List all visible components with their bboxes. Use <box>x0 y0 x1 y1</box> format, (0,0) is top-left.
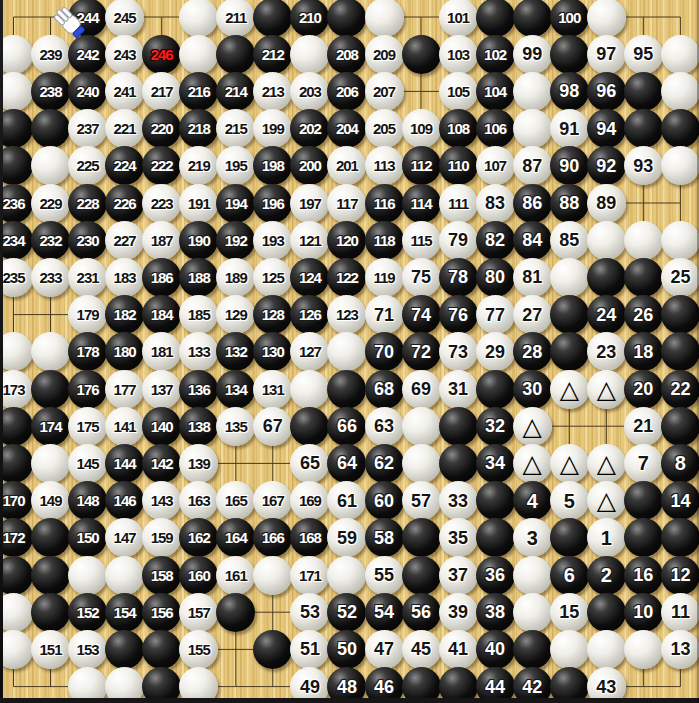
stone-white-move-137: 137 <box>142 370 181 409</box>
move-number: 150 <box>77 530 99 545</box>
stone-white-move-93: 93 <box>624 146 663 185</box>
stone-white-move-71: 71 <box>365 295 404 334</box>
stone-white-move-103: 103 <box>439 35 478 74</box>
move-number: 8 <box>675 453 686 473</box>
move-number: 220 <box>151 121 173 136</box>
stone-white-move-153: 153 <box>68 630 107 669</box>
move-number: 149 <box>39 493 61 508</box>
stone-black-move-68: 68 <box>365 370 404 409</box>
move-number: 48 <box>337 678 357 696</box>
stone-black-move-122: 122 <box>327 258 366 297</box>
stone-black-move-210: 210 <box>290 0 329 37</box>
move-number: 211 <box>225 10 246 25</box>
stone-black-move-26: 26 <box>624 295 663 334</box>
stone-white-plain <box>661 146 699 185</box>
move-number: 98 <box>559 82 579 100</box>
stone-black-plain <box>513 630 552 669</box>
move-number: 152 <box>77 605 99 620</box>
move-number: 202 <box>299 121 321 136</box>
move-number: 38 <box>485 603 505 621</box>
stone-black-move-156: 156 <box>142 593 181 632</box>
move-number: 175 <box>77 419 99 434</box>
move-number: 12 <box>670 566 690 584</box>
move-number: 133 <box>188 344 210 359</box>
move-number: 126 <box>299 307 321 322</box>
stone-white-plain <box>587 630 626 669</box>
move-number: 69 <box>411 380 431 398</box>
move-number: 107 <box>484 158 506 173</box>
stone-white-move-15: 15 <box>550 593 589 632</box>
stone-black-plain <box>476 0 515 37</box>
stone-white-move-89: 89 <box>587 184 626 223</box>
stone-black-plain <box>661 407 699 446</box>
move-number: 185 <box>188 307 210 322</box>
stone-black-move-148: 148 <box>68 481 107 520</box>
move-number: 144 <box>114 456 136 471</box>
move-number: 71 <box>374 306 394 324</box>
stone-black-move-38: 38 <box>476 593 515 632</box>
stone-black-plain <box>216 593 255 632</box>
stone-white-move-65: 65 <box>290 444 329 483</box>
stone-black-move-80: 80 <box>476 258 515 297</box>
move-number: 83 <box>485 194 505 212</box>
stone-black-move-2: 2 <box>587 556 626 595</box>
stone-white-move-237: 237 <box>68 109 107 148</box>
move-number: 163 <box>188 493 210 508</box>
stone-white-move-109: 109 <box>402 109 441 148</box>
move-number: 142 <box>151 456 173 471</box>
move-number: 186 <box>151 270 173 285</box>
stone-white-move-107: 107 <box>476 146 515 185</box>
move-number: 131 <box>262 382 284 397</box>
move-number: 165 <box>225 493 247 508</box>
stone-black-move-190: 190 <box>179 221 218 260</box>
move-number: 13 <box>670 640 690 658</box>
stone-black-move-226: 226 <box>105 184 144 223</box>
stone-black-move-196: 196 <box>253 184 292 223</box>
stone-black-plain <box>661 518 699 557</box>
move-number: 239 <box>39 47 61 62</box>
stone-black-plain <box>476 481 515 520</box>
move-number: 67 <box>263 417 283 435</box>
stone-black-move-50: 50 <box>327 630 366 669</box>
move-number: 205 <box>373 121 395 136</box>
move-number: 172 <box>2 530 24 545</box>
stone-white-plain <box>290 35 329 74</box>
stone-black-move-100: 100 <box>550 0 589 37</box>
move-number: 141 <box>114 419 136 434</box>
move-number: 89 <box>596 194 616 212</box>
move-number: 161 <box>225 568 247 583</box>
stone-black-move-154: 154 <box>105 593 144 632</box>
stone-black-move-138: 138 <box>179 407 218 446</box>
stone-black-move-60: 60 <box>365 481 404 520</box>
stone-black-move-52: 52 <box>327 593 366 632</box>
move-number: 14 <box>670 492 690 510</box>
stone-white-move-77: 77 <box>476 295 515 334</box>
stone-white-plain <box>550 258 589 297</box>
stone-black-move-72: 72 <box>402 332 441 371</box>
move-number: 207 <box>373 84 395 99</box>
stone-white-move-111: 111 <box>439 184 478 223</box>
move-number: 140 <box>151 419 173 434</box>
stone-black-move-216: 216 <box>179 72 218 111</box>
move-number: 204 <box>336 121 358 136</box>
stone-black-move-82: 82 <box>476 221 515 260</box>
move-number: 5 <box>564 491 575 511</box>
stone-white-plain <box>402 444 441 483</box>
stone-white-move-33: 33 <box>439 481 478 520</box>
move-number: 50 <box>337 640 357 658</box>
move-number: 102 <box>484 47 506 62</box>
move-number: 79 <box>448 231 468 249</box>
stone-black-plain <box>624 109 663 148</box>
stone-black-plain <box>327 0 366 37</box>
move-number: 120 <box>336 233 358 248</box>
stone-black-move-92: 92 <box>587 146 626 185</box>
stone-black-move-54: 54 <box>365 593 404 632</box>
stone-black-move-142: 142 <box>142 444 181 483</box>
stone-white-move-145: 145 <box>68 444 107 483</box>
move-number: 184 <box>151 307 173 322</box>
move-number: 36 <box>485 566 505 584</box>
stone-black-move-212: 212 <box>253 35 292 74</box>
move-number: 225 <box>77 158 99 173</box>
move-number: 27 <box>522 306 542 324</box>
stone-white-plain <box>624 630 663 669</box>
move-number: 234 <box>2 233 24 248</box>
stone-black-move-88: 88 <box>550 184 589 223</box>
triangle-mark-icon: △ <box>560 377 579 402</box>
stone-black-move-160: 160 <box>179 556 218 595</box>
stone-black-move-112: 112 <box>402 146 441 185</box>
move-number: 192 <box>225 233 247 248</box>
move-number: 231 <box>77 270 99 285</box>
move-number: 116 <box>373 196 394 211</box>
move-number: 26 <box>633 306 653 324</box>
stone-black-move-194: 194 <box>216 184 255 223</box>
stone-black-move-14: 14 <box>661 481 699 520</box>
move-number: 194 <box>225 196 247 211</box>
stone-white-move-161: 161 <box>216 556 255 595</box>
stone-white-move-241: 241 <box>105 72 144 111</box>
stone-black-plain <box>31 593 70 632</box>
move-number: 155 <box>188 642 210 657</box>
stone-black-move-10: 10 <box>624 593 663 632</box>
stone-white-move-11: 11 <box>661 593 699 632</box>
stone-white-plain <box>402 407 441 446</box>
move-number: 171 <box>299 568 321 583</box>
move-number: 195 <box>225 158 247 173</box>
stone-white-move-205: 205 <box>365 109 404 148</box>
stone-black-move-114: 114 <box>402 184 441 223</box>
move-number: 44 <box>485 678 505 696</box>
stone-black-plain <box>327 370 366 409</box>
move-number: 86 <box>522 194 542 212</box>
stone-white-plain <box>31 444 70 483</box>
stone-white-plain <box>327 556 366 595</box>
stone-white-move-211: 211 <box>216 0 255 37</box>
stone-white-move-47: 47 <box>365 630 404 669</box>
move-number: 52 <box>337 603 357 621</box>
move-number: 106 <box>484 121 506 136</box>
move-number: 47 <box>374 640 394 658</box>
move-number: 235 <box>2 270 24 285</box>
stone-black-move-208: 208 <box>327 35 366 74</box>
stone-white-move-207: 207 <box>365 72 404 111</box>
stone-black-move-232: 232 <box>31 221 70 260</box>
stone-black-plain <box>661 332 699 371</box>
move-number: 203 <box>299 84 321 99</box>
stone-white-plain <box>550 630 589 669</box>
move-number: 117 <box>336 196 357 211</box>
stone-black-move-246: 246 <box>142 35 181 74</box>
move-number: 174 <box>39 419 61 434</box>
stone-white-move-31: 31 <box>439 370 478 409</box>
stone-black-move-74: 74 <box>402 295 441 334</box>
move-number: 73 <box>448 343 468 361</box>
stone-black-move-66: 66 <box>327 407 366 446</box>
move-number: 24 <box>596 306 616 324</box>
move-number: 2 <box>601 565 612 585</box>
move-number: 55 <box>374 566 394 584</box>
stone-white-plain <box>290 370 329 409</box>
move-number: 218 <box>188 121 210 136</box>
move-number: 167 <box>262 493 284 508</box>
move-number: 34 <box>485 454 505 472</box>
stone-black-move-240: 240 <box>68 72 107 111</box>
move-number: 177 <box>114 382 136 397</box>
stone-white-move-51: 51 <box>290 630 329 669</box>
stone-white-move-243: 243 <box>105 35 144 74</box>
stone-white-plain <box>513 556 552 595</box>
move-number: 11 <box>671 603 690 621</box>
move-number: 66 <box>337 417 357 435</box>
stone-white-move-229: 229 <box>31 184 70 223</box>
stone-white-move-73: 73 <box>439 332 478 371</box>
move-number: 111 <box>448 196 468 211</box>
stone-black-plain <box>476 370 515 409</box>
stone-white-move-113: 113 <box>365 146 404 185</box>
move-number: 53 <box>300 603 320 621</box>
move-number: 99 <box>522 45 542 63</box>
stone-black-plain <box>439 407 478 446</box>
move-number: 179 <box>77 307 99 322</box>
stone-black-plain <box>624 258 663 297</box>
stone-white-move-227: 227 <box>105 221 144 260</box>
move-number: 110 <box>447 158 468 173</box>
move-number: 128 <box>262 307 284 322</box>
stone-white-move-7: 7 <box>624 444 663 483</box>
stone-black-move-84: 84 <box>513 221 552 260</box>
move-number: 183 <box>114 270 136 285</box>
stone-black-plain <box>550 332 589 371</box>
stone-black-plain <box>550 35 589 74</box>
move-number: 63 <box>374 417 394 435</box>
move-number: 206 <box>336 84 358 99</box>
move-number: 214 <box>225 84 247 99</box>
stone-white-move-151: 151 <box>31 630 70 669</box>
move-number: 76 <box>448 306 468 324</box>
move-number: 127 <box>299 344 321 359</box>
stone-white-plain <box>661 35 699 74</box>
stone-white-move-125: 125 <box>253 258 292 297</box>
stone-black-move-152: 152 <box>68 593 107 632</box>
move-number: 119 <box>373 270 394 285</box>
move-number: 228 <box>77 196 99 211</box>
move-number: 114 <box>410 196 431 211</box>
move-number: 201 <box>336 158 358 173</box>
move-number: 210 <box>299 10 321 25</box>
stone-white-plain <box>587 221 626 260</box>
move-number: 198 <box>262 158 284 173</box>
stone-black-move-102: 102 <box>476 35 515 74</box>
stone-black-move-32: 32 <box>476 407 515 446</box>
move-number: 15 <box>559 603 579 621</box>
move-number: 16 <box>633 566 653 584</box>
move-number: 88 <box>559 194 579 212</box>
stone-white-plain <box>513 72 552 111</box>
move-number: 223 <box>151 196 173 211</box>
stone-white-move-121: 121 <box>290 221 329 260</box>
stone-black-plain <box>402 35 441 74</box>
move-number: 85 <box>559 231 579 249</box>
stone-white-plain <box>365 0 404 37</box>
move-number: 35 <box>448 529 468 547</box>
move-number: 108 <box>447 121 469 136</box>
stone-white-move-5: 5 <box>550 481 589 520</box>
move-number: 138 <box>188 419 210 434</box>
stone-white-move-85: 85 <box>550 221 589 260</box>
move-number: 227 <box>114 233 136 248</box>
move-number: 154 <box>114 605 136 620</box>
stone-white-move-21: 21 <box>624 407 663 446</box>
move-number: 157 <box>188 605 210 620</box>
stone-black-move-108: 108 <box>439 109 478 148</box>
move-number: 124 <box>299 270 321 285</box>
move-number: 125 <box>262 270 284 285</box>
stone-white-move-3: 3 <box>513 518 552 557</box>
stone-black-move-98: 98 <box>550 72 589 111</box>
stone-white-plain <box>105 556 144 595</box>
stone-black-move-176: 176 <box>68 370 107 409</box>
move-number: 188 <box>188 270 210 285</box>
move-number: 166 <box>262 530 284 545</box>
stone-white-move-231: 231 <box>68 258 107 297</box>
stone-black-plain <box>624 518 663 557</box>
stone-black-move-8: 8 <box>661 444 699 483</box>
move-number: 196 <box>262 196 284 211</box>
move-number: 173 <box>2 382 24 397</box>
move-number: 70 <box>374 343 394 361</box>
move-number: 7 <box>638 453 649 473</box>
move-number: 92 <box>596 157 616 175</box>
stone-black-move-134: 134 <box>216 370 255 409</box>
move-number: 29 <box>485 343 505 361</box>
move-number: 101 <box>447 10 469 25</box>
stone-black-move-104: 104 <box>476 72 515 111</box>
move-number: 91 <box>559 120 579 138</box>
go-board[interactable]: 2442452112101011002392422432462122082091… <box>0 0 699 703</box>
stone-white-move-67: 67 <box>253 407 292 446</box>
move-number: 62 <box>374 454 394 472</box>
stone-white-move-209: 209 <box>365 35 404 74</box>
stone-black-move-90: 90 <box>550 146 589 185</box>
move-number: 58 <box>374 529 394 547</box>
stone-black-move-220: 220 <box>142 109 181 148</box>
stone-black-plain <box>253 0 292 37</box>
stone-white-move-69: 69 <box>402 370 441 409</box>
move-number: 215 <box>225 121 247 136</box>
stone-white-plain <box>587 0 626 37</box>
move-number: 156 <box>151 605 173 620</box>
triangle-mark-icon: △ <box>523 414 542 439</box>
move-number: 209 <box>373 47 395 62</box>
stone-white-move-119: 119 <box>365 258 404 297</box>
stone-black-move-110: 110 <box>439 146 478 185</box>
stone-black-move-34: 34 <box>476 444 515 483</box>
move-number: 30 <box>522 380 542 398</box>
stone-black-plain <box>402 556 441 595</box>
move-number: 56 <box>411 603 431 621</box>
move-number: 135 <box>225 419 247 434</box>
stone-black-move-184: 184 <box>142 295 181 334</box>
move-number: 233 <box>39 270 61 285</box>
stone-white-move-25: 25 <box>661 258 699 297</box>
move-number: 182 <box>114 307 136 322</box>
move-number: 21 <box>633 417 653 435</box>
move-number: 39 <box>448 603 468 621</box>
move-number: 241 <box>114 84 136 99</box>
move-number: 123 <box>336 307 358 322</box>
move-number: 41 <box>448 640 468 658</box>
stone-white-move-105: 105 <box>439 72 478 111</box>
move-number: 159 <box>151 530 173 545</box>
stone-black-move-86: 86 <box>513 184 552 223</box>
move-number: 31 <box>448 380 468 398</box>
stone-white-move-143: 143 <box>142 481 181 520</box>
move-number: 189 <box>225 270 247 285</box>
stone-white-move-29: 29 <box>476 332 515 371</box>
move-number: 143 <box>151 493 173 508</box>
stone-black-move-64: 64 <box>327 444 366 483</box>
move-number: 160 <box>188 568 210 583</box>
stone-white-move-13: 13 <box>661 630 699 669</box>
move-number: 80 <box>485 268 505 286</box>
move-number: 75 <box>411 268 431 286</box>
move-number: 199 <box>262 121 284 136</box>
stone-white-move-23: 23 <box>587 332 626 371</box>
move-number: 213 <box>262 84 284 99</box>
stone-white-move-57: 57 <box>402 481 441 520</box>
stone-white-move-117: 117 <box>327 184 366 223</box>
stone-white-move-149: 149 <box>31 481 70 520</box>
stone-white-move-245: 245 <box>105 0 144 37</box>
move-number: 3 <box>527 528 538 548</box>
stone-white-move-171: 171 <box>290 556 329 595</box>
move-number: 158 <box>151 568 173 583</box>
triangle-mark-icon: △ <box>597 451 616 476</box>
move-number: 242 <box>77 47 99 62</box>
stone-black-plain <box>31 370 70 409</box>
move-number: 232 <box>39 233 61 248</box>
move-number: 59 <box>337 529 357 547</box>
stone-black-plain <box>439 444 478 483</box>
stone-black-move-106: 106 <box>476 109 515 148</box>
stone-white-move-79: 79 <box>439 221 478 260</box>
move-number: 212 <box>262 47 284 62</box>
stone-black-plain <box>661 295 699 334</box>
